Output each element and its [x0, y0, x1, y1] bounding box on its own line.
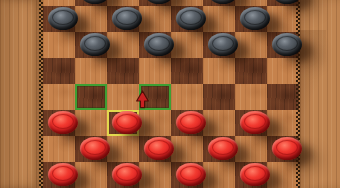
black-checker-piece[interactable] [176, 7, 206, 30]
square-r6c4 [171, 136, 203, 162]
black-checker-piece[interactable] [208, 33, 238, 56]
square-r2c0 [43, 32, 75, 58]
black-checker-piece[interactable] [112, 7, 142, 30]
square-r3c7 [267, 58, 299, 84]
square-r1c0[interactable] [43, 6, 75, 32]
black-checker-piece[interactable] [208, 0, 238, 4]
square-r2c1[interactable] [75, 32, 107, 58]
red-checker-piece[interactable] [240, 111, 270, 134]
black-checker-piece[interactable] [48, 7, 78, 30]
square-r6c7[interactable] [267, 136, 299, 162]
square-r5c3 [139, 110, 171, 136]
square-r6c5[interactable] [203, 136, 235, 162]
square-r6c2 [107, 136, 139, 162]
square-r4c4 [171, 84, 203, 110]
wood-margin-left [0, 0, 39, 188]
square-r7c1 [75, 162, 107, 188]
red-checker-piece[interactable] [48, 111, 78, 134]
black-checker-piece[interactable] [272, 33, 302, 56]
square-r7c3 [139, 162, 171, 188]
square-r1c1 [75, 6, 107, 32]
square-r3c3 [139, 58, 171, 84]
red-checker-piece[interactable] [80, 137, 110, 160]
wood-margin-right [300, 0, 340, 188]
square-r7c5 [203, 162, 235, 188]
black-checker-piece[interactable] [144, 33, 174, 56]
black-checker-piece[interactable] [80, 0, 110, 4]
square-r2c2 [107, 32, 139, 58]
square-r5c4[interactable] [171, 110, 203, 136]
square-r4c7[interactable] [267, 84, 299, 110]
checkers-game-window [0, 0, 340, 188]
checkers-board [43, 0, 299, 188]
square-r7c0[interactable] [43, 162, 75, 188]
square-r3c2[interactable] [107, 58, 139, 84]
square-r7c2[interactable] [107, 162, 139, 188]
move-hint-up-arrow-icon [136, 90, 149, 109]
square-r1c7 [267, 6, 299, 32]
square-r6c3[interactable] [139, 136, 171, 162]
square-r1c5 [203, 6, 235, 32]
square-r6c6 [235, 136, 267, 162]
board-edge-stitching-right [296, 0, 300, 188]
square-r6c0 [43, 136, 75, 162]
square-r1c4[interactable] [171, 6, 203, 32]
square-r3c0[interactable] [43, 58, 75, 84]
red-checker-piece[interactable] [144, 137, 174, 160]
square-r7c7 [267, 162, 299, 188]
square-r4c5[interactable] [203, 84, 235, 110]
square-r4c1[interactable] [75, 84, 107, 110]
square-r5c6[interactable] [235, 110, 267, 136]
red-checker-piece[interactable] [176, 163, 206, 186]
square-r2c3[interactable] [139, 32, 171, 58]
black-checker-piece[interactable] [144, 0, 174, 4]
square-r5c2[interactable] [107, 110, 139, 136]
square-r3c4[interactable] [171, 58, 203, 84]
square-r3c5 [203, 58, 235, 84]
board-edge-stitching-left [39, 0, 43, 188]
red-checker-piece[interactable] [240, 163, 270, 186]
square-r5c0[interactable] [43, 110, 75, 136]
square-r2c5[interactable] [203, 32, 235, 58]
square-r4c6 [235, 84, 267, 110]
square-r3c6[interactable] [235, 58, 267, 84]
square-r3c1 [75, 58, 107, 84]
red-checker-piece[interactable] [272, 137, 302, 160]
square-r2c4 [171, 32, 203, 58]
black-checker-piece[interactable] [240, 7, 270, 30]
square-r2c7[interactable] [267, 32, 299, 58]
square-r7c4[interactable] [171, 162, 203, 188]
square-r4c0 [43, 84, 75, 110]
red-checker-piece[interactable] [208, 137, 238, 160]
black-checker-piece[interactable] [80, 33, 110, 56]
red-checker-piece[interactable] [176, 111, 206, 134]
square-r2c6 [235, 32, 267, 58]
square-r6c1[interactable] [75, 136, 107, 162]
red-checker-piece[interactable] [112, 163, 142, 186]
square-r4c2 [107, 84, 139, 110]
red-checker-piece[interactable] [112, 111, 142, 134]
square-r5c1 [75, 110, 107, 136]
square-r1c3 [139, 6, 171, 32]
square-r7c6[interactable] [235, 162, 267, 188]
square-r1c2[interactable] [107, 6, 139, 32]
square-r5c7 [267, 110, 299, 136]
square-r5c5 [203, 110, 235, 136]
red-checker-piece[interactable] [48, 163, 78, 186]
square-r4c3[interactable] [139, 84, 171, 110]
square-r1c6[interactable] [235, 6, 267, 32]
